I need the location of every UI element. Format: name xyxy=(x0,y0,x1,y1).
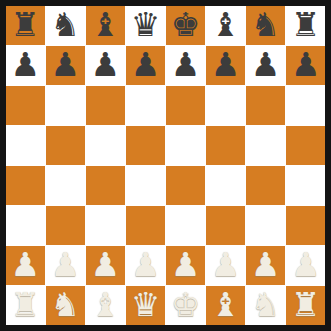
square-d4[interactable] xyxy=(126,166,165,205)
square-b6[interactable] xyxy=(46,86,85,125)
square-f4[interactable] xyxy=(206,166,245,205)
square-e2[interactable]: ♟ xyxy=(166,246,205,285)
square-g2[interactable]: ♟ xyxy=(246,246,285,285)
square-f8[interactable]: ♝ xyxy=(206,6,245,45)
square-f3[interactable] xyxy=(206,206,245,245)
square-h5[interactable] xyxy=(286,126,325,165)
piece-white-knight: ♞ xyxy=(51,288,81,321)
piece-white-pawn: ♟ xyxy=(251,248,281,281)
square-b3[interactable] xyxy=(46,206,85,245)
square-g5[interactable] xyxy=(246,126,285,165)
piece-white-bishop: ♝ xyxy=(91,288,121,321)
chess-board: ♜♞♝♛♚♝♞♜♟♟♟♟♟♟♟♟♟♟♟♟♟♟♟♟♜♞♝♛♚♝♞♜ xyxy=(6,6,325,325)
piece-black-pawn: ♟ xyxy=(91,48,121,81)
square-e3[interactable] xyxy=(166,206,205,245)
square-a4[interactable] xyxy=(6,166,45,205)
square-h2[interactable]: ♟ xyxy=(286,246,325,285)
piece-black-knight: ♞ xyxy=(51,8,81,41)
square-b2[interactable]: ♟ xyxy=(46,246,85,285)
piece-black-queen: ♛ xyxy=(131,8,161,41)
square-e6[interactable] xyxy=(166,86,205,125)
piece-black-rook: ♜ xyxy=(10,8,40,41)
piece-white-pawn: ♟ xyxy=(51,248,81,281)
square-a2[interactable]: ♟ xyxy=(6,246,45,285)
square-e1[interactable]: ♚ xyxy=(166,286,205,325)
square-h8[interactable]: ♜ xyxy=(286,6,325,45)
piece-black-bishop: ♝ xyxy=(211,8,241,41)
chess-board-frame: ♜♞♝♛♚♝♞♜♟♟♟♟♟♟♟♟♟♟♟♟♟♟♟♟♜♞♝♛♚♝♞♜ xyxy=(0,0,331,331)
square-e4[interactable] xyxy=(166,166,205,205)
piece-black-king: ♚ xyxy=(171,8,201,41)
square-a1[interactable]: ♜ xyxy=(6,286,45,325)
piece-black-pawn: ♟ xyxy=(211,48,241,81)
square-g3[interactable] xyxy=(246,206,285,245)
square-b1[interactable]: ♞ xyxy=(46,286,85,325)
piece-white-bishop: ♝ xyxy=(211,288,241,321)
piece-white-rook: ♜ xyxy=(10,288,40,321)
piece-black-bishop: ♝ xyxy=(91,8,121,41)
piece-white-knight: ♞ xyxy=(251,288,281,321)
square-f7[interactable]: ♟ xyxy=(206,46,245,85)
square-g1[interactable]: ♞ xyxy=(246,286,285,325)
square-c6[interactable] xyxy=(86,86,125,125)
piece-white-rook: ♜ xyxy=(291,288,321,321)
square-d6[interactable] xyxy=(126,86,165,125)
square-c7[interactable]: ♟ xyxy=(86,46,125,85)
square-c3[interactable] xyxy=(86,206,125,245)
piece-white-king: ♚ xyxy=(171,288,201,321)
square-d8[interactable]: ♛ xyxy=(126,6,165,45)
square-d2[interactable]: ♟ xyxy=(126,246,165,285)
square-a3[interactable] xyxy=(6,206,45,245)
square-a6[interactable] xyxy=(6,86,45,125)
square-d1[interactable]: ♛ xyxy=(126,286,165,325)
piece-white-pawn: ♟ xyxy=(171,248,201,281)
square-d3[interactable] xyxy=(126,206,165,245)
square-g7[interactable]: ♟ xyxy=(246,46,285,85)
square-g6[interactable] xyxy=(246,86,285,125)
square-e7[interactable]: ♟ xyxy=(166,46,205,85)
square-d5[interactable] xyxy=(126,126,165,165)
square-b7[interactable]: ♟ xyxy=(46,46,85,85)
square-h6[interactable] xyxy=(286,86,325,125)
square-e5[interactable] xyxy=(166,126,205,165)
piece-black-rook: ♜ xyxy=(291,8,321,41)
piece-white-queen: ♛ xyxy=(131,288,161,321)
piece-black-pawn: ♟ xyxy=(171,48,201,81)
square-c5[interactable] xyxy=(86,126,125,165)
square-f1[interactable]: ♝ xyxy=(206,286,245,325)
piece-white-pawn: ♟ xyxy=(291,248,321,281)
square-c8[interactable]: ♝ xyxy=(86,6,125,45)
square-h7[interactable]: ♟ xyxy=(286,46,325,85)
piece-white-pawn: ♟ xyxy=(211,248,241,281)
piece-black-pawn: ♟ xyxy=(10,48,40,81)
piece-black-pawn: ♟ xyxy=(51,48,81,81)
square-f2[interactable]: ♟ xyxy=(206,246,245,285)
square-h4[interactable] xyxy=(286,166,325,205)
piece-white-pawn: ♟ xyxy=(91,248,121,281)
piece-black-pawn: ♟ xyxy=(251,48,281,81)
piece-white-pawn: ♟ xyxy=(10,248,40,281)
square-e8[interactable]: ♚ xyxy=(166,6,205,45)
square-c1[interactable]: ♝ xyxy=(86,286,125,325)
square-g4[interactable] xyxy=(246,166,285,205)
square-c2[interactable]: ♟ xyxy=(86,246,125,285)
square-g8[interactable]: ♞ xyxy=(246,6,285,45)
piece-white-pawn: ♟ xyxy=(131,248,161,281)
square-h3[interactable] xyxy=(286,206,325,245)
square-b4[interactable] xyxy=(46,166,85,205)
square-c4[interactable] xyxy=(86,166,125,205)
square-a8[interactable]: ♜ xyxy=(6,6,45,45)
piece-black-pawn: ♟ xyxy=(131,48,161,81)
square-d7[interactable]: ♟ xyxy=(126,46,165,85)
square-b8[interactable]: ♞ xyxy=(46,6,85,45)
square-a7[interactable]: ♟ xyxy=(6,46,45,85)
square-h1[interactable]: ♜ xyxy=(286,286,325,325)
square-f6[interactable] xyxy=(206,86,245,125)
square-a5[interactable] xyxy=(6,126,45,165)
square-f5[interactable] xyxy=(206,126,245,165)
square-b5[interactable] xyxy=(46,126,85,165)
piece-black-pawn: ♟ xyxy=(291,48,321,81)
piece-black-knight: ♞ xyxy=(251,8,281,41)
